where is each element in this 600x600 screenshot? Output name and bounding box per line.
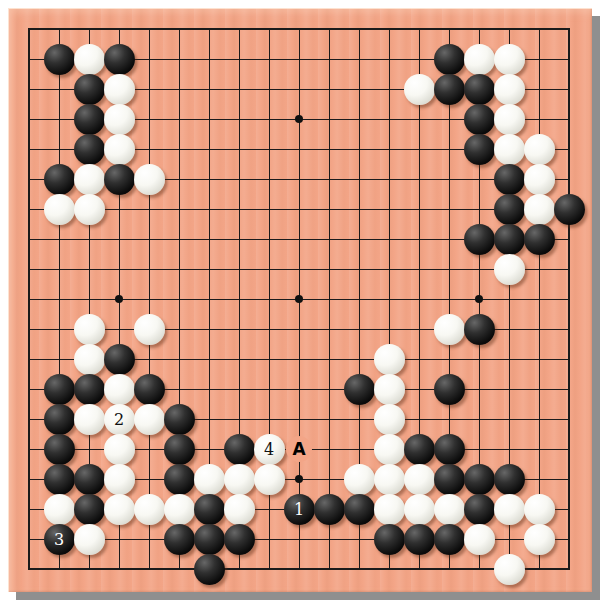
go-diagram: 1234A — [0, 0, 600, 600]
stone-black-R13[interactable] — [494, 194, 525, 225]
stone-white-O4[interactable] — [404, 464, 435, 495]
stone-white-B13[interactable] — [44, 194, 75, 225]
stone-black-F4[interactable] — [164, 464, 195, 495]
stone-white-D16[interactable] — [104, 104, 135, 135]
goban[interactable]: 1234A — [8, 8, 592, 592]
stone-white-S13[interactable] — [524, 194, 555, 225]
stone-white-C13[interactable] — [74, 194, 105, 225]
move-number-3: 3 — [44, 524, 75, 555]
stone-white-N7[interactable] — [374, 374, 405, 405]
stone-white-B3[interactable] — [44, 494, 75, 525]
star-point — [295, 115, 303, 123]
stone-white-S14[interactable] — [524, 164, 555, 195]
stone-black-D18[interactable] — [104, 44, 135, 75]
stone-white-E14[interactable] — [134, 164, 165, 195]
grid-line-h — [28, 568, 570, 570]
stone-white-C18[interactable] — [74, 44, 105, 75]
stone-white-D17[interactable] — [104, 74, 135, 105]
stone-white-C9[interactable] — [74, 314, 105, 345]
stone-black-C3[interactable] — [74, 494, 105, 525]
stone-black-G2[interactable] — [194, 524, 225, 555]
stone-black-C17[interactable] — [74, 74, 105, 105]
stone-white-C8[interactable] — [74, 344, 105, 375]
stone-white-D15[interactable] — [104, 134, 135, 165]
stone-black-B4[interactable] — [44, 464, 75, 495]
stone-white-S15[interactable] — [524, 134, 555, 165]
stone-white-P9[interactable] — [434, 314, 465, 345]
stone-white-E9[interactable] — [134, 314, 165, 345]
stone-white-H4[interactable] — [224, 464, 255, 495]
stone-white-O3[interactable] — [404, 494, 435, 525]
stone-black-B18[interactable] — [44, 44, 75, 75]
stone-black-F6[interactable] — [164, 404, 195, 435]
star-point — [295, 475, 303, 483]
stone-white-E6[interactable] — [134, 404, 165, 435]
grid-line-v — [539, 28, 540, 570]
move-number-2: 2 — [104, 404, 135, 435]
stone-black-F2[interactable] — [164, 524, 195, 555]
grid-line-v — [329, 28, 330, 570]
stone-black-M3[interactable] — [344, 494, 375, 525]
stone-white-R1[interactable] — [494, 554, 525, 585]
stone-white-R11[interactable] — [494, 254, 525, 285]
stone-black-F5[interactable] — [164, 434, 195, 465]
stone-white-N3[interactable] — [374, 494, 405, 525]
stone-black-O5[interactable] — [404, 434, 435, 465]
stone-white-P3[interactable] — [434, 494, 465, 525]
stone-white-D4[interactable] — [104, 464, 135, 495]
stone-white-S2[interactable] — [524, 524, 555, 555]
stone-white-Q2[interactable] — [464, 524, 495, 555]
stone-black-Q17[interactable] — [464, 74, 495, 105]
stone-black-P17[interactable] — [434, 74, 465, 105]
stone-black-S12[interactable] — [524, 224, 555, 255]
stone-white-C6[interactable] — [74, 404, 105, 435]
stone-black-Q12[interactable] — [464, 224, 495, 255]
stone-white-D5[interactable] — [104, 434, 135, 465]
stone-black-R4[interactable] — [494, 464, 525, 495]
stone-black-R14[interactable] — [494, 164, 525, 195]
stone-black-E7[interactable] — [134, 374, 165, 405]
stone-black-Q4[interactable] — [464, 464, 495, 495]
star-point — [295, 295, 303, 303]
stone-black-Q16[interactable] — [464, 104, 495, 135]
stone-black-C4[interactable] — [74, 464, 105, 495]
stone-white-R17[interactable] — [494, 74, 525, 105]
stone-white-G4[interactable] — [194, 464, 225, 495]
stone-white-F3[interactable] — [164, 494, 195, 525]
stone-white-R16[interactable] — [494, 104, 525, 135]
stone-white-C14[interactable] — [74, 164, 105, 195]
stone-white-N6[interactable] — [374, 404, 405, 435]
stone-black-C16[interactable] — [74, 104, 105, 135]
stone-white-J4[interactable] — [254, 464, 285, 495]
stone-white-D7[interactable] — [104, 374, 135, 405]
stone-black-C15[interactable] — [74, 134, 105, 165]
move-number-1: 1 — [284, 494, 315, 525]
stone-black-B6[interactable] — [44, 404, 75, 435]
stone-white-S3[interactable] — [524, 494, 555, 525]
stone-white-N5[interactable] — [374, 434, 405, 465]
star-point — [475, 295, 483, 303]
stone-black-R12[interactable] — [494, 224, 525, 255]
stone-black-H2[interactable] — [224, 524, 255, 555]
star-point — [115, 295, 123, 303]
stone-black-C7[interactable] — [74, 374, 105, 405]
stone-white-H3[interactable] — [224, 494, 255, 525]
stone-black-G1[interactable] — [194, 554, 225, 585]
board-letter-A[interactable]: A — [286, 436, 312, 462]
stone-black-P7[interactable] — [434, 374, 465, 405]
stone-black-D14[interactable] — [104, 164, 135, 195]
stone-white-R3[interactable] — [494, 494, 525, 525]
stone-black-P4[interactable] — [434, 464, 465, 495]
stone-black-B14[interactable] — [44, 164, 75, 195]
stone-white-D3[interactable] — [104, 494, 135, 525]
stone-black-P2[interactable] — [434, 524, 465, 555]
stone-black-P5[interactable] — [434, 434, 465, 465]
grid-line-v — [568, 28, 570, 570]
stone-black-D8[interactable] — [104, 344, 135, 375]
stone-black-B5[interactable] — [44, 434, 75, 465]
stone-white-N8[interactable] — [374, 344, 405, 375]
stone-white-E3[interactable] — [134, 494, 165, 525]
stone-black-P18[interactable] — [434, 44, 465, 75]
stone-black-H5[interactable] — [224, 434, 255, 465]
stone-white-R15[interactable] — [494, 134, 525, 165]
stone-black-T13[interactable] — [554, 194, 585, 225]
stone-white-R18[interactable] — [494, 44, 525, 75]
stone-black-N2[interactable] — [374, 524, 405, 555]
stone-black-Q15[interactable] — [464, 134, 495, 165]
stone-white-Q18[interactable] — [464, 44, 495, 75]
stone-black-B7[interactable] — [44, 374, 75, 405]
stone-black-M7[interactable] — [344, 374, 375, 405]
stone-white-O17[interactable] — [404, 74, 435, 105]
stone-black-L3[interactable] — [314, 494, 345, 525]
stone-white-C2[interactable] — [74, 524, 105, 555]
stone-white-N4[interactable] — [374, 464, 405, 495]
stone-black-G3[interactable] — [194, 494, 225, 525]
move-number-4: 4 — [254, 434, 285, 465]
stone-black-Q3[interactable] — [464, 494, 495, 525]
stone-white-M4[interactable] — [344, 464, 375, 495]
stone-black-Q9[interactable] — [464, 314, 495, 345]
stone-black-O2[interactable] — [404, 524, 435, 555]
